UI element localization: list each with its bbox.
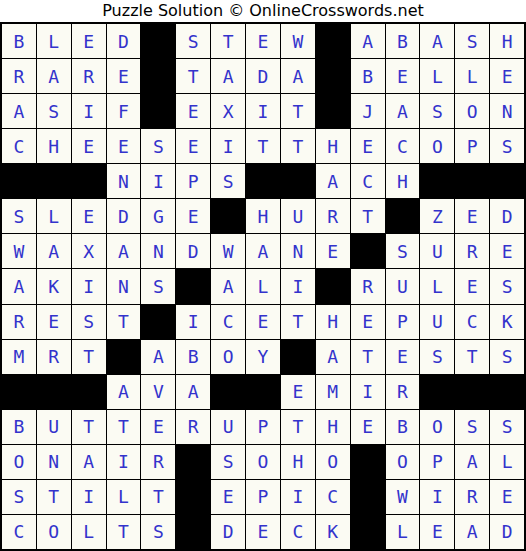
letter-cell: S — [141, 515, 175, 549]
letter-cell: E — [386, 59, 420, 93]
letter-cell: R — [2, 59, 36, 93]
black-cell — [176, 515, 210, 549]
black-cell — [2, 375, 36, 409]
black-cell — [107, 340, 141, 374]
letter-cell: B — [2, 410, 36, 444]
letter-cell: L — [420, 59, 454, 93]
letter-cell: D — [246, 59, 280, 93]
black-cell — [246, 164, 280, 198]
letter-cell: S — [420, 94, 454, 128]
letter-cell: H — [281, 445, 315, 479]
letter-cell: W — [211, 234, 245, 268]
letter-cell: J — [351, 94, 385, 128]
letter-cell: A — [420, 24, 454, 58]
black-cell — [316, 94, 350, 128]
letter-cell: R — [37, 340, 71, 374]
black-cell — [281, 164, 315, 198]
letter-cell: C — [281, 515, 315, 549]
black-cell — [351, 234, 385, 268]
letter-cell: E — [490, 234, 524, 268]
letter-cell: U — [420, 234, 454, 268]
letter-cell: B — [386, 24, 420, 58]
letter-cell: L — [37, 199, 71, 233]
letter-cell: A — [455, 515, 489, 549]
letter-cell: K — [490, 305, 524, 339]
letter-cell: T — [351, 199, 385, 233]
black-cell — [490, 375, 524, 409]
letter-cell: Z — [420, 199, 454, 233]
letter-cell: P — [176, 164, 210, 198]
black-cell — [72, 164, 106, 198]
letter-cell: O — [2, 445, 36, 479]
letter-cell: N — [490, 94, 524, 128]
letter-cell: D — [107, 199, 141, 233]
letter-cell: D — [490, 515, 524, 549]
letter-cell: E — [246, 305, 280, 339]
letter-cell: S — [2, 480, 36, 514]
letter-cell: C — [2, 129, 36, 163]
letter-cell: M — [316, 375, 350, 409]
letter-cell: N — [141, 234, 175, 268]
letter-cell: E — [141, 410, 175, 444]
letter-cell: E — [455, 199, 489, 233]
letter-cell: P — [246, 410, 280, 444]
black-cell — [2, 164, 36, 198]
letter-cell: A — [37, 59, 71, 93]
letter-cell: C — [351, 164, 385, 198]
letter-cell: O — [386, 445, 420, 479]
letter-cell: E — [211, 480, 245, 514]
letter-cell: A — [2, 94, 36, 128]
letter-cell: A — [211, 269, 245, 303]
letter-cell: T — [351, 340, 385, 374]
letter-cell: D — [176, 234, 210, 268]
letter-cell: F — [107, 94, 141, 128]
letter-cell: A — [246, 234, 280, 268]
letter-cell: S — [211, 164, 245, 198]
letter-cell: S — [490, 269, 524, 303]
letter-cell: K — [316, 515, 350, 549]
letter-cell: S — [490, 340, 524, 374]
letter-cell: O — [420, 129, 454, 163]
letter-cell: W — [386, 480, 420, 514]
letter-cell: O — [246, 445, 280, 479]
letter-cell: H — [316, 305, 350, 339]
letter-cell: E — [246, 515, 280, 549]
letter-cell: A — [455, 445, 489, 479]
black-cell — [455, 375, 489, 409]
letter-cell: A — [211, 59, 245, 93]
black-cell — [316, 59, 350, 93]
letter-cell: I — [420, 480, 454, 514]
letter-cell: R — [386, 375, 420, 409]
letter-cell: O — [211, 340, 245, 374]
letter-cell: T — [72, 410, 106, 444]
letter-cell: E — [107, 59, 141, 93]
letter-cell: I — [176, 305, 210, 339]
letter-cell: T — [281, 305, 315, 339]
letter-cell: E — [281, 375, 315, 409]
letter-cell: N — [281, 234, 315, 268]
letter-cell: R — [2, 305, 36, 339]
letter-cell: E — [37, 305, 71, 339]
letter-cell: U — [281, 199, 315, 233]
letter-cell: S — [37, 94, 71, 128]
letter-cell: T — [107, 515, 141, 549]
letter-cell: T — [455, 340, 489, 374]
letter-cell: M — [2, 340, 36, 374]
letter-cell: I — [351, 375, 385, 409]
black-cell — [37, 375, 71, 409]
letter-cell: S — [420, 340, 454, 374]
black-cell — [141, 305, 175, 339]
letter-cell: L — [420, 269, 454, 303]
letter-cell: B — [351, 59, 385, 93]
letter-cell: A — [37, 234, 71, 268]
letter-cell: S — [455, 24, 489, 58]
letter-cell: K — [37, 269, 71, 303]
letter-cell: E — [420, 515, 454, 549]
letter-cell: H — [386, 164, 420, 198]
letter-cell: A — [351, 24, 385, 58]
letter-cell: I — [246, 94, 280, 128]
letter-cell: E — [176, 129, 210, 163]
letter-cell: Y — [246, 340, 280, 374]
letter-cell: E — [107, 129, 141, 163]
letter-cell: A — [107, 234, 141, 268]
letter-cell: T — [72, 340, 106, 374]
letter-cell: A — [386, 94, 420, 128]
letter-cell: L — [72, 515, 106, 549]
black-cell — [176, 269, 210, 303]
letter-cell: T — [107, 305, 141, 339]
letter-cell: R — [455, 480, 489, 514]
page-title: Puzzle Solution © OnlineCrosswords.net — [0, 0, 526, 22]
letter-cell: A — [72, 445, 106, 479]
black-cell — [211, 199, 245, 233]
letter-cell: A — [316, 340, 350, 374]
letter-cell: A — [141, 340, 175, 374]
letter-cell: A — [316, 164, 350, 198]
letter-cell: P — [420, 445, 454, 479]
black-cell — [351, 515, 385, 549]
letter-cell: C — [455, 305, 489, 339]
letter-cell: S — [455, 410, 489, 444]
letter-cell: E — [386, 340, 420, 374]
letter-cell: S — [386, 234, 420, 268]
black-cell — [141, 59, 175, 93]
black-cell — [386, 199, 420, 233]
letter-cell: T — [246, 129, 280, 163]
black-cell — [72, 375, 106, 409]
letter-cell: I — [72, 269, 106, 303]
letter-cell: G — [141, 199, 175, 233]
black-cell — [211, 375, 245, 409]
letter-cell: E — [490, 480, 524, 514]
letter-cell: X — [72, 234, 106, 268]
black-cell — [141, 94, 175, 128]
letter-cell: R — [455, 234, 489, 268]
black-cell — [141, 24, 175, 58]
letter-cell: C — [386, 129, 420, 163]
letter-cell: C — [316, 480, 350, 514]
letter-cell: H — [316, 129, 350, 163]
letter-cell: L — [246, 269, 280, 303]
letter-cell: D — [107, 24, 141, 58]
letter-cell: S — [72, 305, 106, 339]
letter-cell: T — [37, 480, 71, 514]
black-cell — [176, 480, 210, 514]
letter-cell: T — [281, 410, 315, 444]
letter-cell: I — [141, 164, 175, 198]
letter-cell: O — [316, 445, 350, 479]
letter-cell: S — [141, 269, 175, 303]
letter-cell: P — [386, 305, 420, 339]
letter-cell: R — [316, 199, 350, 233]
letter-cell: D — [490, 199, 524, 233]
letter-cell: U — [420, 305, 454, 339]
letter-cell: U — [37, 410, 71, 444]
letter-cell: E — [351, 305, 385, 339]
letter-cell: S — [141, 129, 175, 163]
black-cell — [37, 164, 71, 198]
letter-cell: H — [246, 199, 280, 233]
letter-cell: L — [37, 24, 71, 58]
letter-cell: I — [72, 480, 106, 514]
letter-cell: R — [141, 445, 175, 479]
letter-cell: R — [351, 269, 385, 303]
letter-cell: X — [211, 94, 245, 128]
letter-cell: H — [490, 24, 524, 58]
letter-cell: E — [72, 199, 106, 233]
letter-cell: I — [281, 480, 315, 514]
letter-cell: B — [2, 24, 36, 58]
letter-cell: O — [37, 515, 71, 549]
letter-cell: W — [281, 24, 315, 58]
letter-cell: E — [455, 269, 489, 303]
black-cell — [281, 340, 315, 374]
letter-cell: U — [211, 410, 245, 444]
letter-cell: W — [2, 234, 36, 268]
letter-cell: B — [176, 340, 210, 374]
letter-cell: T — [281, 94, 315, 128]
black-cell — [455, 164, 489, 198]
letter-cell: E — [490, 59, 524, 93]
letter-cell: N — [37, 445, 71, 479]
letter-cell: E — [246, 24, 280, 58]
black-cell — [420, 164, 454, 198]
letter-cell: R — [176, 410, 210, 444]
black-cell — [351, 445, 385, 479]
letter-cell: S — [2, 199, 36, 233]
letter-cell: E — [72, 24, 106, 58]
letter-cell: A — [281, 59, 315, 93]
black-cell — [351, 480, 385, 514]
letter-cell: N — [107, 269, 141, 303]
letter-cell: O — [420, 410, 454, 444]
letter-cell: L — [386, 515, 420, 549]
letter-cell: P — [246, 480, 280, 514]
letter-cell: C — [2, 515, 36, 549]
letter-cell: S — [490, 410, 524, 444]
letter-cell: B — [386, 410, 420, 444]
letter-cell: L — [107, 480, 141, 514]
letter-cell: I — [281, 269, 315, 303]
letter-cell: O — [455, 94, 489, 128]
letter-cell: S — [211, 445, 245, 479]
letter-cell: E — [72, 129, 106, 163]
black-cell — [420, 375, 454, 409]
letter-cell: E — [351, 129, 385, 163]
crossword-grid: BLEDSTEWABASHRARETADABELLEASIFEXITJASONC… — [0, 22, 526, 551]
letter-cell: A — [176, 375, 210, 409]
letter-cell: L — [490, 445, 524, 479]
letter-cell: T — [176, 59, 210, 93]
letter-cell: H — [316, 410, 350, 444]
letter-cell: N — [107, 164, 141, 198]
letter-cell: A — [2, 269, 36, 303]
letter-cell: D — [211, 515, 245, 549]
letter-cell: C — [211, 305, 245, 339]
letter-cell: E — [176, 199, 210, 233]
black-cell — [490, 164, 524, 198]
black-cell — [316, 24, 350, 58]
letter-cell: S — [176, 24, 210, 58]
letter-cell: I — [107, 445, 141, 479]
letter-cell: E — [351, 410, 385, 444]
letter-cell: T — [107, 410, 141, 444]
puzzle-solution-page: Puzzle Solution © OnlineCrosswords.net B… — [0, 0, 526, 551]
letter-cell: A — [107, 375, 141, 409]
letter-cell: T — [211, 24, 245, 58]
letter-cell: E — [176, 94, 210, 128]
letter-cell: E — [316, 234, 350, 268]
black-cell — [176, 445, 210, 479]
letter-cell: T — [141, 480, 175, 514]
letter-cell: V — [141, 375, 175, 409]
black-cell — [246, 375, 280, 409]
letter-cell: I — [211, 129, 245, 163]
letter-cell: T — [281, 129, 315, 163]
letter-cell: R — [72, 59, 106, 93]
letter-cell: U — [386, 269, 420, 303]
letter-cell: I — [72, 94, 106, 128]
black-cell — [316, 269, 350, 303]
letter-cell: P — [455, 129, 489, 163]
letter-cell: L — [455, 59, 489, 93]
letter-cell: H — [37, 129, 71, 163]
letter-cell: S — [490, 129, 524, 163]
